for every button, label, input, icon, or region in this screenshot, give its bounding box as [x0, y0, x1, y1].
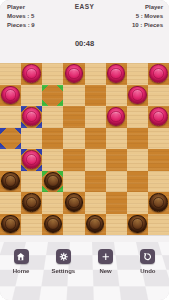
- header: Player Moves : 5 Pieces : 9 EASY Player …: [0, 0, 169, 64]
- brown-piece[interactable]: [128, 215, 147, 234]
- pink-piece[interactable]: [22, 150, 41, 169]
- nav-item-undo[interactable]: Undo: [127, 249, 169, 274]
- left-player-moves: Moves : 5: [7, 12, 35, 21]
- square-1-5[interactable]: [85, 63, 106, 85]
- pink-piece[interactable]: [107, 64, 126, 83]
- square-4-6[interactable]: [106, 128, 127, 150]
- new-game-button[interactable]: [98, 249, 113, 264]
- square-6-1[interactable]: [0, 171, 21, 193]
- brown-piece[interactable]: [65, 193, 84, 212]
- nav-item-home[interactable]: Home: [0, 249, 42, 274]
- square-1-1[interactable]: [0, 63, 21, 85]
- square-2-2[interactable]: [21, 85, 42, 107]
- square-5-8[interactable]: [148, 149, 169, 171]
- pink-piece[interactable]: [1, 86, 20, 105]
- right-player-moves: 5 : Moves: [132, 12, 163, 21]
- square-2-7[interactable]: [127, 85, 148, 107]
- brown-piece[interactable]: [44, 172, 63, 191]
- brown-piece[interactable]: [149, 193, 168, 212]
- settings-label: Settings: [52, 268, 76, 274]
- square-7-2[interactable]: [21, 192, 42, 214]
- square-3-6[interactable]: [106, 106, 127, 128]
- square-4-2[interactable]: [21, 128, 42, 150]
- home-button[interactable]: [14, 249, 29, 264]
- square-2-1[interactable]: [0, 85, 21, 107]
- square-5-1[interactable]: [0, 149, 21, 171]
- square-7-8[interactable]: [148, 192, 169, 214]
- square-3-7[interactable]: [127, 106, 148, 128]
- pink-piece[interactable]: [107, 107, 126, 126]
- square-5-7[interactable]: [127, 149, 148, 171]
- pink-piece[interactable]: [149, 64, 168, 83]
- square-3-4[interactable]: [63, 106, 84, 128]
- pink-piece[interactable]: [22, 107, 41, 126]
- board: [0, 63, 169, 235]
- square-6-7[interactable]: [127, 171, 148, 193]
- right-player-stats: Player 5 : Moves 10 : Pieces: [132, 3, 163, 30]
- square-4-3[interactable]: [42, 128, 63, 150]
- square-7-1[interactable]: [0, 192, 21, 214]
- square-2-5[interactable]: [85, 85, 106, 107]
- undo-label: Undo: [140, 268, 155, 274]
- square-6-4[interactable]: [63, 171, 84, 193]
- square-6-5[interactable]: [85, 171, 106, 193]
- square-2-4[interactable]: [63, 85, 84, 107]
- square-1-2[interactable]: [21, 63, 42, 85]
- pink-piece[interactable]: [149, 107, 168, 126]
- checkers-app-screen: Player Moves : 5 Pieces : 9 EASY Player …: [0, 0, 169, 300]
- square-6-3[interactable]: [42, 171, 63, 193]
- bottom-nav: Home Settings: [0, 235, 169, 300]
- brown-piece[interactable]: [86, 215, 105, 234]
- square-2-3[interactable]: [42, 85, 63, 107]
- square-7-4[interactable]: [63, 192, 84, 214]
- right-player-name: Player: [132, 3, 163, 12]
- square-3-2[interactable]: [21, 106, 42, 128]
- nav-items: Home Settings: [0, 249, 169, 274]
- square-3-3[interactable]: [42, 106, 63, 128]
- gear-icon: [59, 252, 69, 262]
- square-5-2[interactable]: [21, 149, 42, 171]
- square-5-5[interactable]: [85, 149, 106, 171]
- square-2-8[interactable]: [148, 85, 169, 107]
- square-5-6[interactable]: [106, 149, 127, 171]
- square-7-6[interactable]: [106, 192, 127, 214]
- square-4-8[interactable]: [148, 128, 169, 150]
- square-7-5[interactable]: [85, 192, 106, 214]
- square-7-3[interactable]: [42, 192, 63, 214]
- brown-piece[interactable]: [44, 215, 63, 234]
- square-1-4[interactable]: [63, 63, 84, 85]
- square-8-2[interactable]: [21, 214, 42, 236]
- brown-piece[interactable]: [22, 193, 41, 212]
- square-4-1[interactable]: [0, 128, 21, 150]
- square-8-7[interactable]: [127, 214, 148, 236]
- undo-icon: [143, 252, 153, 262]
- left-player-pieces: Pieces : 9: [7, 21, 35, 30]
- square-1-7[interactable]: [127, 63, 148, 85]
- home-icon: [16, 252, 26, 262]
- square-6-2[interactable]: [21, 171, 42, 193]
- square-1-3[interactable]: [42, 63, 63, 85]
- pink-piece[interactable]: [128, 86, 147, 105]
- undo-button[interactable]: [140, 249, 155, 264]
- pink-piece[interactable]: [65, 64, 84, 83]
- home-label: Home: [13, 268, 30, 274]
- square-3-1[interactable]: [0, 106, 21, 128]
- square-1-6[interactable]: [106, 63, 127, 85]
- square-8-5[interactable]: [85, 214, 106, 236]
- plus-icon: [101, 252, 111, 262]
- square-6-6[interactable]: [106, 171, 127, 193]
- square-3-8[interactable]: [148, 106, 169, 128]
- pink-piece[interactable]: [22, 64, 41, 83]
- square-8-6[interactable]: [106, 214, 127, 236]
- square-1-8[interactable]: [148, 63, 169, 85]
- square-3-5[interactable]: [85, 106, 106, 128]
- square-6-8[interactable]: [148, 171, 169, 193]
- nav-item-new[interactable]: New: [85, 249, 127, 274]
- brown-piece[interactable]: [1, 215, 20, 234]
- square-8-8[interactable]: [148, 214, 169, 236]
- square-5-4[interactable]: [63, 149, 84, 171]
- square-7-7[interactable]: [127, 192, 148, 214]
- nav-item-settings[interactable]: Settings: [42, 249, 84, 274]
- square-8-1[interactable]: [0, 214, 21, 236]
- square-5-3[interactable]: [42, 149, 63, 171]
- square-4-4[interactable]: [63, 128, 84, 150]
- square-4-5[interactable]: [85, 128, 106, 150]
- square-8-4[interactable]: [63, 214, 84, 236]
- new-label: New: [99, 268, 111, 274]
- right-player-pieces: 10 : Pieces: [132, 21, 163, 30]
- square-8-3[interactable]: [42, 214, 63, 236]
- square-2-6[interactable]: [106, 85, 127, 107]
- brown-piece[interactable]: [1, 172, 20, 191]
- settings-button[interactable]: [56, 249, 71, 264]
- game-timer: 00:48: [0, 39, 169, 48]
- square-4-7[interactable]: [127, 128, 148, 150]
